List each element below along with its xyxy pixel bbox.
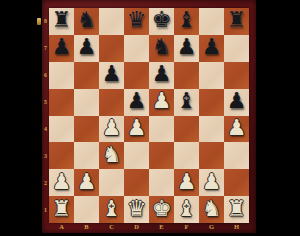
square-g1[interactable]: ♞ xyxy=(199,196,224,223)
square-e8[interactable]: ♚ xyxy=(149,8,174,35)
square-a8[interactable]: ♜ xyxy=(49,8,74,35)
black-knight-piece: ♞ xyxy=(152,36,172,58)
black-rook-piece: ♜ xyxy=(227,9,247,31)
square-b4[interactable] xyxy=(74,116,99,143)
square-a2[interactable]: ♟ xyxy=(49,169,74,196)
square-f3[interactable] xyxy=(174,142,199,169)
square-d6[interactable] xyxy=(124,62,149,89)
square-c2[interactable] xyxy=(99,169,124,196)
square-a7[interactable]: ♟ xyxy=(49,35,74,62)
rank-label-7: 7 xyxy=(42,35,49,62)
file-label-c: C xyxy=(99,222,124,233)
square-h7[interactable] xyxy=(224,35,249,62)
square-b2[interactable]: ♟ xyxy=(74,169,99,196)
black-pawn-piece: ♟ xyxy=(52,36,72,58)
square-g4[interactable] xyxy=(199,116,224,143)
square-c4[interactable]: ♟ xyxy=(99,116,124,143)
square-f1[interactable]: ♝ xyxy=(174,196,199,223)
white-pawn-piece: ♟ xyxy=(127,117,147,139)
white-bishop-piece: ♝ xyxy=(177,198,197,220)
square-c6[interactable]: ♟ xyxy=(99,62,124,89)
black-pawn-piece: ♟ xyxy=(127,90,147,112)
black-bishop-piece: ♝ xyxy=(177,90,197,112)
file-label-h: H xyxy=(224,222,249,233)
black-pawn-piece: ♟ xyxy=(202,36,222,58)
chess-board: ♜♞♛♚♝♜♟♟♞♟♟♟♟♟♟♝♟♟♟♟♞♟♟♟♟♜♝♛♚♝♞♜ xyxy=(49,8,249,223)
square-h4[interactable]: ♟ xyxy=(224,116,249,143)
square-e3[interactable] xyxy=(149,142,174,169)
square-h1[interactable]: ♜ xyxy=(224,196,249,223)
black-pawn-piece: ♟ xyxy=(102,63,122,85)
rank-label-2: 2 xyxy=(42,169,49,196)
rank-labels: 87654321 xyxy=(42,8,49,223)
square-d8[interactable]: ♛ xyxy=(124,8,149,35)
rank-label-1: 1 xyxy=(42,196,49,223)
frame-ornament xyxy=(37,18,41,25)
square-b8[interactable]: ♞ xyxy=(74,8,99,35)
square-c8[interactable] xyxy=(99,8,124,35)
rank-label-4: 4 xyxy=(42,116,49,143)
file-label-a: A xyxy=(49,222,74,233)
square-c1[interactable]: ♝ xyxy=(99,196,124,223)
square-e4[interactable] xyxy=(149,116,174,143)
square-e7[interactable]: ♞ xyxy=(149,35,174,62)
square-d1[interactable]: ♛ xyxy=(124,196,149,223)
square-c3[interactable]: ♞ xyxy=(99,142,124,169)
white-pawn-piece: ♟ xyxy=(177,171,197,193)
square-h8[interactable]: ♜ xyxy=(224,8,249,35)
black-queen-piece: ♛ xyxy=(127,9,147,31)
white-knight-piece: ♞ xyxy=(202,198,222,220)
file-label-e: E xyxy=(149,222,174,233)
square-d5[interactable]: ♟ xyxy=(124,89,149,116)
square-a6[interactable] xyxy=(49,62,74,89)
black-pawn-piece: ♟ xyxy=(152,63,172,85)
square-e1[interactable]: ♚ xyxy=(149,196,174,223)
black-pawn-piece: ♟ xyxy=(177,36,197,58)
white-pawn-piece: ♟ xyxy=(52,171,72,193)
rank-label-3: 3 xyxy=(42,142,49,169)
file-label-b: B xyxy=(74,222,99,233)
square-d7[interactable] xyxy=(124,35,149,62)
square-f7[interactable]: ♟ xyxy=(174,35,199,62)
file-label-d: D xyxy=(124,222,149,233)
square-f6[interactable] xyxy=(174,62,199,89)
square-g5[interactable] xyxy=(199,89,224,116)
black-pawn-piece: ♟ xyxy=(77,36,97,58)
board-frame: 87654321 ♜♞♛♚♝♜♟♟♞♟♟♟♟♟♟♝♟♟♟♟♞♟♟♟♟♜♝♛♚♝♞… xyxy=(42,0,256,233)
square-a4[interactable] xyxy=(49,116,74,143)
file-labels: ABCDEFGH xyxy=(49,222,249,233)
square-g8[interactable] xyxy=(199,8,224,35)
white-queen-piece: ♛ xyxy=(127,198,147,220)
white-pawn-piece: ♟ xyxy=(202,171,222,193)
white-knight-piece: ♞ xyxy=(102,144,122,166)
square-h2[interactable] xyxy=(224,169,249,196)
white-pawn-piece: ♟ xyxy=(227,117,247,139)
white-rook-piece: ♜ xyxy=(227,198,247,220)
white-pawn-piece: ♟ xyxy=(77,171,97,193)
square-b1[interactable] xyxy=(74,196,99,223)
rank-label-6: 6 xyxy=(42,62,49,89)
square-c7[interactable] xyxy=(99,35,124,62)
square-f2[interactable]: ♟ xyxy=(174,169,199,196)
square-a3[interactable] xyxy=(49,142,74,169)
square-b5[interactable] xyxy=(74,89,99,116)
square-g7[interactable]: ♟ xyxy=(199,35,224,62)
rank-label-8: 8 xyxy=(42,8,49,35)
black-pawn-piece: ♟ xyxy=(227,90,247,112)
file-label-f: F xyxy=(174,222,199,233)
square-d2[interactable] xyxy=(124,169,149,196)
square-b3[interactable] xyxy=(74,142,99,169)
square-h3[interactable] xyxy=(224,142,249,169)
black-knight-piece: ♞ xyxy=(77,9,97,31)
square-g6[interactable] xyxy=(199,62,224,89)
white-rook-piece: ♜ xyxy=(52,198,72,220)
square-h6[interactable] xyxy=(224,62,249,89)
square-f5[interactable]: ♝ xyxy=(174,89,199,116)
square-g2[interactable]: ♟ xyxy=(199,169,224,196)
white-bishop-piece: ♝ xyxy=(102,198,122,220)
square-a1[interactable]: ♜ xyxy=(49,196,74,223)
square-e6[interactable]: ♟ xyxy=(149,62,174,89)
square-e5[interactable]: ♟ xyxy=(149,89,174,116)
square-d3[interactable] xyxy=(124,142,149,169)
black-rook-piece: ♜ xyxy=(52,9,72,31)
square-f8[interactable]: ♝ xyxy=(174,8,199,35)
square-b7[interactable]: ♟ xyxy=(74,35,99,62)
square-e2[interactable] xyxy=(149,169,174,196)
black-bishop-piece: ♝ xyxy=(177,9,197,31)
white-pawn-piece: ♟ xyxy=(152,90,172,112)
square-f4[interactable] xyxy=(174,116,199,143)
square-a5[interactable] xyxy=(49,89,74,116)
file-label-g: G xyxy=(199,222,224,233)
white-king-piece: ♚ xyxy=(152,198,172,220)
rank-label-5: 5 xyxy=(42,89,49,116)
white-pawn-piece: ♟ xyxy=(102,117,122,139)
black-king-piece: ♚ xyxy=(152,9,172,31)
chessboard-screenshot: 87654321 ♜♞♛♚♝♜♟♟♞♟♟♟♟♟♟♝♟♟♟♟♞♟♟♟♟♜♝♛♚♝♞… xyxy=(0,0,300,236)
square-g3[interactable] xyxy=(199,142,224,169)
square-b6[interactable] xyxy=(74,62,99,89)
square-h5[interactable]: ♟ xyxy=(224,89,249,116)
square-c5[interactable] xyxy=(99,89,124,116)
square-d4[interactable]: ♟ xyxy=(124,116,149,143)
